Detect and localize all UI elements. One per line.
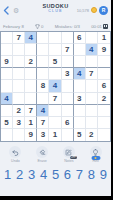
numpad-8[interactable]: 8 bbox=[88, 168, 95, 182]
cell-r7c5[interactable] bbox=[49, 105, 61, 117]
undo-icon bbox=[12, 149, 19, 156]
numpad-4[interactable]: 4 bbox=[40, 168, 47, 182]
app-title-block: SUDOKU CLUB bbox=[42, 3, 68, 13]
cell-r7c4[interactable]: 4 bbox=[37, 105, 49, 117]
undo-label: Undo bbox=[11, 159, 20, 163]
board: 746174992534784647322745317693152 bbox=[0, 31, 111, 142]
cell-r4c9[interactable] bbox=[98, 68, 110, 80]
cell-r3c9[interactable] bbox=[98, 56, 110, 68]
cell-r2c3[interactable] bbox=[25, 44, 37, 56]
cell-r9c5[interactable]: 1 bbox=[49, 129, 61, 141]
cell-r9c3[interactable]: 9 bbox=[25, 129, 37, 141]
hint-coin-badge bbox=[91, 156, 100, 160]
cell-r3c8[interactable] bbox=[86, 56, 98, 68]
notes-button[interactable]: OFF Notes bbox=[63, 146, 75, 163]
cell-r4c4[interactable] bbox=[37, 68, 49, 80]
cell-r8c6[interactable]: 6 bbox=[62, 117, 74, 129]
cell-r1c5[interactable] bbox=[49, 32, 61, 44]
cell-r4c6[interactable]: 3 bbox=[62, 68, 74, 80]
cell-r4c3[interactable] bbox=[25, 68, 37, 80]
header: ⚙ SUDOKU CLUB 10,578 R bbox=[0, 0, 111, 17]
cell-r5c2[interactable] bbox=[13, 80, 25, 92]
cell-r9c7[interactable]: 5 bbox=[74, 129, 86, 141]
hint-button[interactable]: Hint bbox=[90, 146, 102, 163]
cell-r9c6[interactable] bbox=[62, 129, 74, 141]
cell-r1c2[interactable]: 7 bbox=[13, 32, 25, 44]
back-button[interactable] bbox=[3, 5, 11, 15]
numpad-9[interactable]: 9 bbox=[100, 168, 107, 182]
cell-r2c6[interactable]: 7 bbox=[62, 44, 74, 56]
cell-r8c9[interactable] bbox=[98, 117, 110, 129]
pause-button[interactable] bbox=[103, 24, 108, 29]
cell-r5c5[interactable]: 4 bbox=[49, 80, 61, 92]
cell-r2c9[interactable]: 9 bbox=[98, 44, 110, 56]
cell-r3c6[interactable] bbox=[62, 56, 74, 68]
info-bar: February 8 0 Mistakes: 0/3 00:01 bbox=[0, 23, 111, 29]
cell-r7c8[interactable] bbox=[86, 105, 98, 117]
numpad-5[interactable]: 5 bbox=[52, 168, 59, 182]
cell-r3c2[interactable] bbox=[13, 56, 25, 68]
cell-r6c9[interactable]: 2 bbox=[98, 93, 110, 105]
cell-r3c4[interactable] bbox=[37, 56, 49, 68]
cell-r2c7[interactable] bbox=[74, 44, 86, 56]
cell-r1c9[interactable]: 1 bbox=[98, 32, 110, 44]
numpad-3[interactable]: 3 bbox=[28, 168, 35, 182]
cell-r6c4[interactable] bbox=[37, 93, 49, 105]
coin-balance: 10,578 bbox=[77, 8, 89, 13]
cell-r1c4[interactable] bbox=[37, 32, 49, 44]
avatar[interactable]: R bbox=[99, 6, 108, 15]
cell-r9c1[interactable] bbox=[1, 129, 13, 141]
cell-r1c1[interactable] bbox=[1, 32, 13, 44]
cell-r6c8[interactable] bbox=[86, 93, 98, 105]
cell-r4c7[interactable]: 4 bbox=[74, 68, 86, 80]
cell-r4c8[interactable]: 7 bbox=[86, 68, 98, 80]
toolbar: Undo Erase OFF Notes bbox=[0, 146, 111, 163]
cell-r5c6[interactable] bbox=[62, 80, 74, 92]
coin-icon bbox=[91, 7, 97, 13]
notes-off-badge: OFF bbox=[70, 156, 77, 159]
cell-r7c3[interactable]: 7 bbox=[25, 105, 37, 117]
cell-r5c1[interactable] bbox=[1, 80, 13, 92]
cell-r4c5[interactable] bbox=[49, 68, 61, 80]
back-chevron-icon bbox=[3, 6, 9, 15]
cell-r2c1[interactable] bbox=[1, 44, 13, 56]
hint-coin-icon bbox=[94, 157, 96, 159]
mistakes-counter: Mistakes: 0/3 bbox=[55, 24, 80, 29]
trophy-icon bbox=[35, 24, 40, 29]
cell-r7c1[interactable] bbox=[1, 105, 13, 117]
cell-r3c5[interactable]: 5 bbox=[49, 56, 61, 68]
cell-r6c3[interactable] bbox=[25, 93, 37, 105]
cell-r5c9[interactable]: 6 bbox=[98, 80, 110, 92]
cell-r4c2[interactable] bbox=[13, 68, 25, 80]
undo-button[interactable]: Undo bbox=[9, 146, 21, 163]
notes-label: Notes bbox=[64, 159, 73, 163]
cell-r2c4[interactable] bbox=[37, 44, 49, 56]
cell-r8c7[interactable] bbox=[74, 117, 86, 129]
cell-r1c6[interactable] bbox=[62, 32, 74, 44]
numpad-7[interactable]: 7 bbox=[76, 168, 83, 182]
cell-r6c5[interactable]: 7 bbox=[49, 93, 61, 105]
cell-r2c5[interactable] bbox=[49, 44, 61, 56]
hint-bulb-icon bbox=[92, 149, 99, 156]
cell-r5c8[interactable] bbox=[86, 80, 98, 92]
number-pad: 123456789 bbox=[0, 168, 111, 182]
erase-label: Erase bbox=[37, 159, 46, 163]
cell-r1c7[interactable]: 6 bbox=[74, 32, 86, 44]
cell-r4c1[interactable] bbox=[1, 68, 13, 80]
numpad-6[interactable]: 6 bbox=[64, 168, 71, 182]
cell-r2c8[interactable]: 4 bbox=[86, 44, 98, 56]
timer: 00:01 bbox=[91, 24, 102, 29]
cell-r9c4[interactable]: 3 bbox=[37, 129, 49, 141]
trophy-count: 0 bbox=[41, 24, 43, 29]
cell-r7c7[interactable] bbox=[74, 105, 86, 117]
app-subtitle: CLUB bbox=[42, 9, 68, 13]
cell-r7c9[interactable] bbox=[98, 105, 110, 117]
cell-r6c6[interactable] bbox=[62, 93, 74, 105]
cell-r7c2[interactable]: 2 bbox=[13, 105, 25, 117]
numpad-2[interactable]: 2 bbox=[16, 168, 23, 182]
cell-r5c3[interactable] bbox=[25, 80, 37, 92]
cell-r6c1[interactable]: 4 bbox=[1, 93, 13, 105]
gear-icon[interactable]: ⚙ bbox=[13, 7, 19, 14]
cell-r8c5[interactable] bbox=[49, 117, 61, 129]
daily-challenge-date: February 8 bbox=[3, 24, 24, 29]
cell-r5c7[interactable] bbox=[74, 80, 86, 92]
cell-r2c2[interactable] bbox=[13, 44, 25, 56]
cell-r8c1[interactable]: 5 bbox=[1, 117, 13, 129]
erase-button[interactable]: Erase bbox=[36, 146, 48, 163]
cell-r6c7[interactable]: 3 bbox=[74, 93, 86, 105]
cell-r8c2[interactable]: 3 bbox=[13, 117, 25, 129]
cell-r1c8[interactable] bbox=[86, 32, 98, 44]
cell-r3c1[interactable]: 9 bbox=[1, 56, 13, 68]
cell-r8c4[interactable]: 7 bbox=[37, 117, 49, 129]
numpad-1[interactable]: 1 bbox=[4, 168, 11, 182]
cell-r3c7[interactable] bbox=[74, 56, 86, 68]
cell-r7c6[interactable] bbox=[62, 105, 74, 117]
cell-r5c4[interactable]: 8 bbox=[37, 80, 49, 92]
cell-r8c3[interactable]: 1 bbox=[25, 117, 37, 129]
cell-r8c8[interactable] bbox=[86, 117, 98, 129]
cell-r9c8[interactable]: 2 bbox=[86, 129, 98, 141]
cell-r1c3[interactable]: 4 bbox=[25, 32, 37, 44]
cell-r3c3[interactable]: 2 bbox=[25, 56, 37, 68]
eraser-icon bbox=[39, 149, 46, 156]
sudoku-app: ⚙ SUDOKU CLUB 10,578 R February 8 0 Mist… bbox=[0, 0, 111, 196]
cell-r6c2[interactable] bbox=[13, 93, 25, 105]
cell-r9c2[interactable] bbox=[13, 129, 25, 141]
cell-r9c9[interactable] bbox=[98, 129, 110, 141]
